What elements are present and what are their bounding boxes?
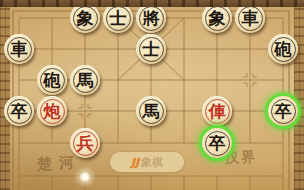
piece-glyph: 卒 (11, 102, 28, 119)
piece-glyph: 砲 (275, 40, 292, 57)
piece-glyph: 象 (77, 9, 94, 26)
piece-black-advisor[interactable]: 士 (136, 34, 166, 64)
watermark-name: 象棋 (141, 155, 163, 170)
piece-glyph: 炮 (44, 102, 61, 119)
piece-black-soldier[interactable]: 卒 (202, 128, 232, 158)
piece-black-general[interactable]: 將 (136, 3, 166, 33)
watermark-jj-logo: JJ (131, 156, 139, 169)
piece-black-cannon[interactable]: 砲 (268, 34, 298, 64)
piece-red-soldier[interactable]: 兵 (70, 128, 100, 158)
piece-black-elephant[interactable]: 象 (202, 3, 232, 33)
piece-glyph: 卒 (275, 102, 292, 119)
xiangqi-board: 楚河 汉界 JJ 象棋 象士將象車車士砲砲馬卒炮馬俥卒兵卒 (10, 7, 294, 190)
piece-black-cannon[interactable]: 砲 (37, 65, 67, 95)
piece-black-horse[interactable]: 馬 (70, 65, 100, 95)
top-frame-decoration (0, 0, 304, 7)
piece-glyph: 車 (242, 9, 259, 26)
piece-red-cannon[interactable]: 炮 (37, 96, 67, 126)
piece-glyph: 兵 (77, 134, 94, 151)
piece-glyph: 士 (110, 9, 127, 26)
xiangqi-app-screenshot: 楚河 汉界 JJ 象棋 象士將象車車士砲砲馬卒炮馬俥卒兵卒 (0, 0, 304, 190)
piece-black-advisor[interactable]: 士 (103, 3, 133, 33)
piece-glyph: 馬 (77, 71, 94, 88)
piece-glyph: 卒 (209, 134, 226, 151)
piece-black-chariot[interactable]: 車 (235, 3, 265, 33)
piece-black-soldier[interactable]: 卒 (4, 96, 34, 126)
piece-glyph: 俥 (209, 102, 226, 119)
piece-black-soldier[interactable]: 卒 (268, 96, 298, 126)
piece-glyph: 砲 (44, 71, 61, 88)
piece-red-chariot[interactable]: 俥 (202, 96, 232, 126)
piece-glyph: 將 (143, 9, 160, 26)
piece-black-elephant[interactable]: 象 (70, 3, 100, 33)
river-label-chuhe: 楚河 (37, 153, 82, 174)
piece-glyph: 象 (209, 9, 226, 26)
piece-glyph: 士 (143, 40, 160, 57)
piece-black-horse[interactable]: 馬 (136, 96, 166, 126)
piece-black-chariot[interactable]: 車 (4, 34, 34, 64)
piece-glyph: 車 (11, 40, 28, 57)
move-hint-dot[interactable] (79, 171, 91, 183)
app-watermark: JJ 象棋 (110, 152, 184, 172)
piece-glyph: 馬 (143, 102, 160, 119)
